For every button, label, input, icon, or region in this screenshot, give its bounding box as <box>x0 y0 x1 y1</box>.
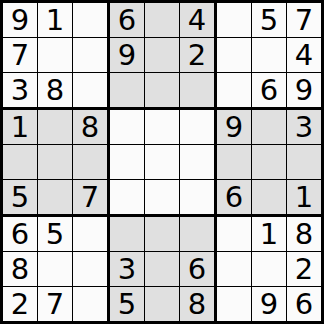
cell-r4c8[interactable] <box>252 110 286 144</box>
cell-r5c8[interactable] <box>252 145 286 179</box>
cell-r4c2[interactable] <box>38 110 72 144</box>
cell-r3c2[interactable]: 8 <box>38 73 72 107</box>
cell-r5c1[interactable] <box>3 145 37 179</box>
cell-r2c5[interactable] <box>145 38 179 72</box>
cell-r8c5[interactable] <box>145 252 179 286</box>
box-6: 9361 <box>217 110 321 214</box>
cell-r7c3[interactable] <box>73 217 107 251</box>
cell-r3c4[interactable] <box>110 73 144 107</box>
box-5 <box>110 110 214 214</box>
cell-r2c7[interactable] <box>217 38 251 72</box>
cell-r2c3[interactable] <box>73 38 107 72</box>
cell-r2c9[interactable]: 4 <box>287 38 321 72</box>
cell-r7c8[interactable]: 1 <box>252 217 286 251</box>
cell-r4c7[interactable]: 9 <box>217 110 251 144</box>
cell-r8c1[interactable]: 8 <box>3 252 37 286</box>
cell-r6c2[interactable] <box>38 180 72 214</box>
box-7: 65827 <box>3 217 107 321</box>
cell-r8c6[interactable]: 6 <box>180 252 214 286</box>
cell-r6c4[interactable] <box>110 180 144 214</box>
cell-r5c3[interactable] <box>73 145 107 179</box>
cell-r8c2[interactable] <box>38 252 72 286</box>
cell-r2c8[interactable] <box>252 38 286 72</box>
cell-r9c8[interactable]: 9 <box>252 287 286 321</box>
cell-r3c9[interactable]: 9 <box>287 73 321 107</box>
cell-r3c1[interactable]: 3 <box>3 73 37 107</box>
box-2: 6492 <box>110 3 214 107</box>
cell-r5c4[interactable] <box>110 145 144 179</box>
cell-r7c1[interactable]: 6 <box>3 217 37 251</box>
cell-r1c9[interactable]: 7 <box>287 3 321 37</box>
cell-r6c8[interactable] <box>252 180 286 214</box>
cell-r6c3[interactable]: 7 <box>73 180 107 214</box>
sudoku-board: 917386492574691857936165827365818296 <box>0 0 324 324</box>
cell-r5c7[interactable] <box>217 145 251 179</box>
cell-r6c9[interactable]: 1 <box>287 180 321 214</box>
cell-r4c5[interactable] <box>145 110 179 144</box>
cell-r9c7[interactable] <box>217 287 251 321</box>
cell-r5c6[interactable] <box>180 145 214 179</box>
cell-r3c6[interactable] <box>180 73 214 107</box>
cell-r1c3[interactable] <box>73 3 107 37</box>
cell-r8c9[interactable]: 2 <box>287 252 321 286</box>
cell-r5c9[interactable] <box>287 145 321 179</box>
cell-r3c3[interactable] <box>73 73 107 107</box>
cell-r7c2[interactable]: 5 <box>38 217 72 251</box>
cell-r4c6[interactable] <box>180 110 214 144</box>
cell-r2c2[interactable] <box>38 38 72 72</box>
cell-r4c3[interactable]: 8 <box>73 110 107 144</box>
cell-r7c7[interactable] <box>217 217 251 251</box>
cell-r1c6[interactable]: 4 <box>180 3 214 37</box>
cell-r6c1[interactable]: 5 <box>3 180 37 214</box>
cell-r1c5[interactable] <box>145 3 179 37</box>
cell-r9c3[interactable] <box>73 287 107 321</box>
cell-r1c4[interactable]: 6 <box>110 3 144 37</box>
cell-r2c4[interactable]: 9 <box>110 38 144 72</box>
cell-r3c5[interactable] <box>145 73 179 107</box>
cell-r4c1[interactable]: 1 <box>3 110 37 144</box>
box-1: 91738 <box>3 3 107 107</box>
cell-r4c4[interactable] <box>110 110 144 144</box>
cell-r8c7[interactable] <box>217 252 251 286</box>
cell-r7c9[interactable]: 8 <box>287 217 321 251</box>
box-4: 1857 <box>3 110 107 214</box>
cell-r9c9[interactable]: 6 <box>287 287 321 321</box>
cell-r8c8[interactable] <box>252 252 286 286</box>
cell-r6c7[interactable]: 6 <box>217 180 251 214</box>
box-3: 57469 <box>217 3 321 107</box>
cell-r9c1[interactable]: 2 <box>3 287 37 321</box>
cell-r7c5[interactable] <box>145 217 179 251</box>
cell-r6c6[interactable] <box>180 180 214 214</box>
cell-r6c5[interactable] <box>145 180 179 214</box>
cell-r2c6[interactable]: 2 <box>180 38 214 72</box>
cell-r5c5[interactable] <box>145 145 179 179</box>
cell-r7c4[interactable] <box>110 217 144 251</box>
cell-r9c6[interactable]: 8 <box>180 287 214 321</box>
cell-r9c2[interactable]: 7 <box>38 287 72 321</box>
cell-r1c8[interactable]: 5 <box>252 3 286 37</box>
cell-r8c3[interactable] <box>73 252 107 286</box>
cell-r2c1[interactable]: 7 <box>3 38 37 72</box>
cell-r4c9[interactable]: 3 <box>287 110 321 144</box>
cell-r9c5[interactable] <box>145 287 179 321</box>
box-9: 18296 <box>217 217 321 321</box>
cell-r1c1[interactable]: 9 <box>3 3 37 37</box>
cell-r3c7[interactable] <box>217 73 251 107</box>
cell-r1c2[interactable]: 1 <box>38 3 72 37</box>
cell-r8c4[interactable]: 3 <box>110 252 144 286</box>
box-8: 3658 <box>110 217 214 321</box>
cell-r9c4[interactable]: 5 <box>110 287 144 321</box>
cell-r7c6[interactable] <box>180 217 214 251</box>
cell-r5c2[interactable] <box>38 145 72 179</box>
cell-r3c8[interactable]: 6 <box>252 73 286 107</box>
cell-r1c7[interactable] <box>217 3 251 37</box>
